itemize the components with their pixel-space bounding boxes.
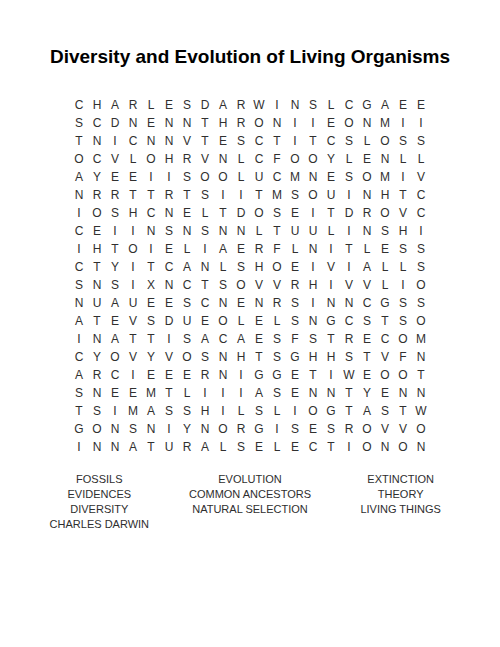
grid-cell: H bbox=[232, 348, 250, 366]
grid-cell: S bbox=[340, 348, 358, 366]
grid-cell: V bbox=[268, 276, 286, 294]
grid-cell: S bbox=[412, 240, 430, 258]
grid-cell: R bbox=[286, 276, 304, 294]
grid-cell: I bbox=[196, 384, 214, 402]
grid-cell: W bbox=[412, 402, 430, 420]
grid-cell: N bbox=[232, 222, 250, 240]
grid-cell: C bbox=[376, 330, 394, 348]
grid-cell: A bbox=[106, 330, 124, 348]
grid-cell: U bbox=[322, 186, 340, 204]
grid-cell: H bbox=[196, 402, 214, 420]
grid-cell: I bbox=[304, 294, 322, 312]
grid-cell: O bbox=[214, 420, 232, 438]
grid-cell: T bbox=[70, 402, 88, 420]
grid-cell: V bbox=[250, 276, 268, 294]
grid-cell: V bbox=[196, 150, 214, 168]
grid-cell: I bbox=[214, 384, 232, 402]
grid-cell: E bbox=[160, 294, 178, 312]
grid-cell: O bbox=[376, 204, 394, 222]
grid-cell: C bbox=[70, 348, 88, 366]
grid-cell: V bbox=[412, 168, 430, 186]
grid-cell: O bbox=[340, 114, 358, 132]
grid-cell: U bbox=[286, 222, 304, 240]
grid-cell: C bbox=[106, 366, 124, 384]
grid-cell: E bbox=[322, 168, 340, 186]
grid-cell: O bbox=[394, 438, 412, 456]
grid-cell: S bbox=[394, 132, 412, 150]
grid-cell: A bbox=[376, 96, 394, 114]
grid-cell: T bbox=[340, 402, 358, 420]
grid-cell: N bbox=[340, 294, 358, 312]
grid-cell: U bbox=[304, 222, 322, 240]
grid-cell: I bbox=[214, 402, 232, 420]
grid-cell: N bbox=[106, 438, 124, 456]
grid-cell: R bbox=[124, 96, 142, 114]
grid-cell: T bbox=[106, 240, 124, 258]
grid-cell: E bbox=[232, 240, 250, 258]
grid-cell: E bbox=[358, 150, 376, 168]
grid-cell: L bbox=[268, 312, 286, 330]
grid-cell: N bbox=[214, 222, 232, 240]
grid-cell: R bbox=[250, 240, 268, 258]
grid-cell: T bbox=[304, 366, 322, 384]
grid-cell: S bbox=[70, 276, 88, 294]
grid-cell: E bbox=[286, 384, 304, 402]
grid-cell: C bbox=[178, 276, 196, 294]
grid-cell: A bbox=[70, 312, 88, 330]
grid-cell: R bbox=[358, 204, 376, 222]
grid-cell: D bbox=[106, 114, 124, 132]
grid-cell: E bbox=[142, 294, 160, 312]
grid-cell: V bbox=[376, 348, 394, 366]
grid-cell: S bbox=[106, 276, 124, 294]
grid-cell: S bbox=[142, 312, 160, 330]
grid-cell: H bbox=[124, 204, 142, 222]
word-list-item: LIVING THINGS bbox=[325, 502, 476, 517]
grid-cell: S bbox=[178, 330, 196, 348]
grid-cell: L bbox=[376, 258, 394, 276]
grid-cell: S bbox=[268, 330, 286, 348]
grid-cell: T bbox=[88, 312, 106, 330]
grid-cell: T bbox=[196, 114, 214, 132]
grid-cell: S bbox=[340, 132, 358, 150]
grid-cell: C bbox=[142, 204, 160, 222]
grid-cell: A bbox=[196, 438, 214, 456]
grid-cell: E bbox=[106, 168, 124, 186]
grid-cell: E bbox=[376, 240, 394, 258]
grid-cell: L bbox=[214, 258, 232, 276]
grid-cell: M bbox=[376, 168, 394, 186]
grid-cell: S bbox=[214, 276, 232, 294]
grid-cell: N bbox=[304, 384, 322, 402]
grid-cell: V bbox=[160, 348, 178, 366]
grid-cell: S bbox=[286, 420, 304, 438]
grid-cell: S bbox=[322, 420, 340, 438]
grid-cell: O bbox=[106, 348, 124, 366]
grid-cell: I bbox=[232, 186, 250, 204]
grid-cell: E bbox=[286, 204, 304, 222]
grid-cell: S bbox=[196, 186, 214, 204]
grid-cell: M bbox=[142, 384, 160, 402]
grid-cell: N bbox=[394, 384, 412, 402]
grid-cell: E bbox=[160, 366, 178, 384]
grid-cell: E bbox=[250, 438, 268, 456]
grid-cell: N bbox=[358, 186, 376, 204]
grid-cell: H bbox=[88, 96, 106, 114]
grid-cell: S bbox=[70, 114, 88, 132]
grid-cell: C bbox=[214, 330, 232, 348]
grid-cell: I bbox=[70, 204, 88, 222]
grid-cell: S bbox=[88, 402, 106, 420]
grid-cell: C bbox=[358, 294, 376, 312]
grid-cell: A bbox=[106, 96, 124, 114]
grid-cell: L bbox=[268, 438, 286, 456]
grid-cell: H bbox=[376, 186, 394, 204]
grid-cell: S bbox=[412, 258, 430, 276]
grid-cell: E bbox=[106, 312, 124, 330]
grid-cell: T bbox=[142, 330, 160, 348]
grid-cell: I bbox=[142, 240, 160, 258]
grid-cell: N bbox=[214, 294, 232, 312]
grid-cell: G bbox=[286, 348, 304, 366]
grid-cell: H bbox=[160, 150, 178, 168]
grid-cell: I bbox=[196, 240, 214, 258]
grid-cell: C bbox=[340, 96, 358, 114]
grid-cell: A bbox=[232, 330, 250, 348]
grid-cell: Y bbox=[142, 348, 160, 366]
grid-cell: N bbox=[88, 438, 106, 456]
grid-cell: N bbox=[88, 276, 106, 294]
grid-cell: A bbox=[124, 438, 142, 456]
grid-cell: L bbox=[196, 204, 214, 222]
grid-cell: E bbox=[250, 312, 268, 330]
grid-cell: H bbox=[304, 348, 322, 366]
grid-cell: S bbox=[160, 402, 178, 420]
grid-cell: Y bbox=[106, 258, 124, 276]
grid-cell: E bbox=[250, 330, 268, 348]
grid-cell: C bbox=[70, 222, 88, 240]
grid-cell: E bbox=[358, 330, 376, 348]
grid-cell: N bbox=[142, 420, 160, 438]
grid-cell: Y bbox=[88, 168, 106, 186]
grid-cell: I bbox=[412, 114, 430, 132]
grid-cell: R bbox=[340, 420, 358, 438]
grid-cell: Y bbox=[358, 384, 376, 402]
grid-cell: M bbox=[376, 114, 394, 132]
grid-cell: E bbox=[304, 420, 322, 438]
grid-cell: E bbox=[214, 132, 232, 150]
grid-cell: O bbox=[214, 312, 232, 330]
grid-cell: I bbox=[304, 258, 322, 276]
grid-cell: T bbox=[196, 132, 214, 150]
grid-cell: G bbox=[376, 294, 394, 312]
grid-cell: T bbox=[124, 330, 142, 348]
grid-cell: I bbox=[70, 438, 88, 456]
grid-cell: N bbox=[196, 420, 214, 438]
grid-cell: A bbox=[214, 96, 232, 114]
grid-cell: O bbox=[124, 240, 142, 258]
grid-cell: C bbox=[160, 258, 178, 276]
grid-cell: S bbox=[286, 312, 304, 330]
grid-cell: C bbox=[412, 186, 430, 204]
word-list-item: FOSSILS bbox=[24, 472, 175, 487]
grid-cell: R bbox=[232, 114, 250, 132]
grid-cell: R bbox=[340, 330, 358, 348]
grid-cell: R bbox=[88, 186, 106, 204]
grid-cell: U bbox=[178, 312, 196, 330]
grid-cell: T bbox=[214, 204, 232, 222]
grid-cell: S bbox=[196, 348, 214, 366]
grid-cell: A bbox=[70, 168, 88, 186]
grid-cell: A bbox=[214, 240, 232, 258]
grid-cell: S bbox=[286, 186, 304, 204]
word-list-item: EVIDENCES bbox=[24, 487, 175, 502]
grid-cell: T bbox=[394, 186, 412, 204]
grid-cell: N bbox=[304, 240, 322, 258]
grid-cell: G bbox=[70, 420, 88, 438]
grid-cell: R bbox=[178, 150, 196, 168]
word-list-item: DIVERSITY bbox=[24, 502, 175, 517]
grid-cell: I bbox=[304, 114, 322, 132]
grid-cell: I bbox=[106, 402, 124, 420]
grid-cell: T bbox=[412, 366, 430, 384]
grid-cell: E bbox=[160, 96, 178, 114]
grid-cell: Y bbox=[178, 420, 196, 438]
grid-cell: E bbox=[142, 366, 160, 384]
grid-cell: E bbox=[124, 384, 142, 402]
grid-cell: S bbox=[106, 204, 124, 222]
grid-cell: E bbox=[178, 204, 196, 222]
grid-cell: N bbox=[376, 150, 394, 168]
grid-cell: O bbox=[394, 330, 412, 348]
grid-cell: N bbox=[142, 222, 160, 240]
grid-cell: G bbox=[358, 96, 376, 114]
grid-cell: G bbox=[322, 402, 340, 420]
grid-cell: T bbox=[322, 330, 340, 348]
grid-cell: C bbox=[196, 294, 214, 312]
grid-cell: S bbox=[178, 96, 196, 114]
grid-cell: T bbox=[178, 186, 196, 204]
grid-cell: M bbox=[268, 186, 286, 204]
grid-cell: N bbox=[160, 276, 178, 294]
grid-cell: V bbox=[358, 276, 376, 294]
grid-cell: H bbox=[214, 114, 232, 132]
grid-cell: I bbox=[124, 258, 142, 276]
grid-cell: N bbox=[322, 384, 340, 402]
grid-cell: V bbox=[340, 276, 358, 294]
grid-cell: O bbox=[358, 420, 376, 438]
word-list-item: EXTINCTION bbox=[325, 472, 476, 487]
grid-cell: N bbox=[268, 114, 286, 132]
grid-cell: E bbox=[106, 384, 124, 402]
grid-cell: S bbox=[250, 402, 268, 420]
grid-cell: T bbox=[88, 258, 106, 276]
grid-cell: L bbox=[232, 402, 250, 420]
grid-cell: A bbox=[358, 402, 376, 420]
grid-cell: L bbox=[178, 384, 196, 402]
grid-cell: S bbox=[70, 384, 88, 402]
grid-cell: O bbox=[70, 150, 88, 168]
grid-cell: S bbox=[394, 294, 412, 312]
grid-cell: N bbox=[304, 312, 322, 330]
grid-cell: V bbox=[394, 420, 412, 438]
grid-cell: O bbox=[412, 420, 430, 438]
grid-cell: I bbox=[268, 420, 286, 438]
grid-cell: W bbox=[340, 366, 358, 384]
grid-cell: N bbox=[214, 150, 232, 168]
grid-cell: O bbox=[88, 204, 106, 222]
grid-cell: A bbox=[142, 402, 160, 420]
grid-cell: L bbox=[232, 312, 250, 330]
grid-cell: S bbox=[268, 348, 286, 366]
grid-cell: F bbox=[268, 150, 286, 168]
grid-cell: L bbox=[358, 240, 376, 258]
grid-cell: E bbox=[286, 258, 304, 276]
grid-cell: N bbox=[250, 294, 268, 312]
word-list-item: CHARLES DARWIN bbox=[24, 517, 175, 532]
grid-cell: N bbox=[286, 96, 304, 114]
grid-cell: O bbox=[178, 348, 196, 366]
grid-cell: L bbox=[232, 150, 250, 168]
grid-cell: I bbox=[232, 366, 250, 384]
grid-cell: E bbox=[160, 240, 178, 258]
grid-cell: L bbox=[142, 96, 160, 114]
grid-cell: E bbox=[412, 96, 430, 114]
grid-cell: O bbox=[376, 132, 394, 150]
grid-cell: U bbox=[88, 294, 106, 312]
grid-cell: H bbox=[88, 240, 106, 258]
grid-cell: R bbox=[196, 366, 214, 384]
grid-cell: M bbox=[412, 330, 430, 348]
grid-cell: S bbox=[124, 420, 142, 438]
grid-cell: N bbox=[160, 114, 178, 132]
grid-cell: T bbox=[376, 312, 394, 330]
grid-cell: A bbox=[250, 384, 268, 402]
grid-cell: O bbox=[358, 438, 376, 456]
grid-cell: D bbox=[232, 204, 250, 222]
grid-cell: O bbox=[250, 114, 268, 132]
grid-cell: C bbox=[88, 114, 106, 132]
puzzle-title: Diversity and Evolution of Living Organi… bbox=[0, 46, 500, 68]
grid-cell: I bbox=[286, 402, 304, 420]
grid-cell: R bbox=[232, 420, 250, 438]
grid-cell: E bbox=[358, 366, 376, 384]
grid-cell: O bbox=[412, 276, 430, 294]
grid-cell: C bbox=[70, 258, 88, 276]
grid-cell: E bbox=[394, 96, 412, 114]
grid-cell: H bbox=[304, 276, 322, 294]
grid-cell: T bbox=[124, 186, 142, 204]
grid-cell: E bbox=[88, 222, 106, 240]
grid-cell: L bbox=[178, 240, 196, 258]
grid-cell: A bbox=[178, 258, 196, 276]
grid-cell: S bbox=[178, 294, 196, 312]
grid-cell: H bbox=[250, 258, 268, 276]
grid-cell: E bbox=[376, 384, 394, 402]
grid-cell: F bbox=[286, 330, 304, 348]
grid-cell: I bbox=[124, 276, 142, 294]
grid-cell: E bbox=[178, 366, 196, 384]
grid-cell: T bbox=[160, 384, 178, 402]
grid-cell: N bbox=[358, 222, 376, 240]
grid-cell: V bbox=[322, 258, 340, 276]
grid-cell: R bbox=[178, 438, 196, 456]
grid-cell: I bbox=[286, 132, 304, 150]
grid-cell: O bbox=[268, 258, 286, 276]
word-list-item: EVOLUTION bbox=[175, 472, 326, 487]
grid-cell: I bbox=[232, 384, 250, 402]
grid-cell: L bbox=[340, 150, 358, 168]
grid-cell: S bbox=[412, 132, 430, 150]
grid-cell: U bbox=[124, 294, 142, 312]
grid-cell: O bbox=[214, 168, 232, 186]
grid-cell: S bbox=[160, 222, 178, 240]
grid-cell: N bbox=[160, 204, 178, 222]
grid-cell: A bbox=[106, 294, 124, 312]
grid-cell: R bbox=[160, 186, 178, 204]
puzzle-page: Diversity and Evolution of Living Organi… bbox=[0, 46, 500, 647]
grid-cell: I bbox=[268, 96, 286, 114]
grid-cell: R bbox=[268, 294, 286, 312]
grid-cell: I bbox=[322, 240, 340, 258]
grid-cell: S bbox=[178, 402, 196, 420]
grid-cell: S bbox=[376, 402, 394, 420]
grid-cell: C bbox=[124, 132, 142, 150]
grid-cell: D bbox=[160, 312, 178, 330]
grid-cell: Y bbox=[88, 348, 106, 366]
grid-cell: O bbox=[304, 150, 322, 168]
grid-cell: I bbox=[304, 204, 322, 222]
grid-cell: E bbox=[124, 168, 142, 186]
grid-cell: T bbox=[322, 204, 340, 222]
grid-cell: H bbox=[394, 222, 412, 240]
grid-cell: G bbox=[322, 312, 340, 330]
grid-cell: S bbox=[394, 312, 412, 330]
grid-cell: N bbox=[70, 294, 88, 312]
grid-cell: N bbox=[178, 222, 196, 240]
grid-cell: T bbox=[250, 186, 268, 204]
grid-cell: A bbox=[196, 330, 214, 348]
word-list: FOSSILSEVIDENCESDIVERSITYCHARLES DARWINE… bbox=[0, 472, 500, 532]
grid-cell: V bbox=[124, 312, 142, 330]
grid-cell: T bbox=[142, 438, 160, 456]
grid-cell: I bbox=[340, 258, 358, 276]
grid-cell: N bbox=[358, 114, 376, 132]
grid-cell: E bbox=[322, 114, 340, 132]
word-list-item: THEORY bbox=[325, 487, 476, 502]
grid-cell: C bbox=[340, 312, 358, 330]
grid-cell: W bbox=[250, 96, 268, 114]
grid-cell: S bbox=[286, 294, 304, 312]
grid-cell: S bbox=[394, 240, 412, 258]
grid-cell: I bbox=[106, 132, 124, 150]
grid-cell: C bbox=[250, 132, 268, 150]
word-list-item: NATURAL SELECTION bbox=[175, 502, 326, 517]
grid-cell: S bbox=[196, 222, 214, 240]
grid-cell: C bbox=[412, 204, 430, 222]
grid-cell: I bbox=[340, 438, 358, 456]
grid-cell: G bbox=[250, 366, 268, 384]
grid-cell: O bbox=[250, 204, 268, 222]
grid-cell: V bbox=[394, 204, 412, 222]
grid-cell: L bbox=[214, 438, 232, 456]
grid-cell: I bbox=[124, 222, 142, 240]
grid-cell: I bbox=[340, 222, 358, 240]
grid-cell: D bbox=[340, 204, 358, 222]
grid-cell: I bbox=[70, 330, 88, 348]
grid-cell: L bbox=[412, 150, 430, 168]
grid-cell: T bbox=[340, 240, 358, 258]
